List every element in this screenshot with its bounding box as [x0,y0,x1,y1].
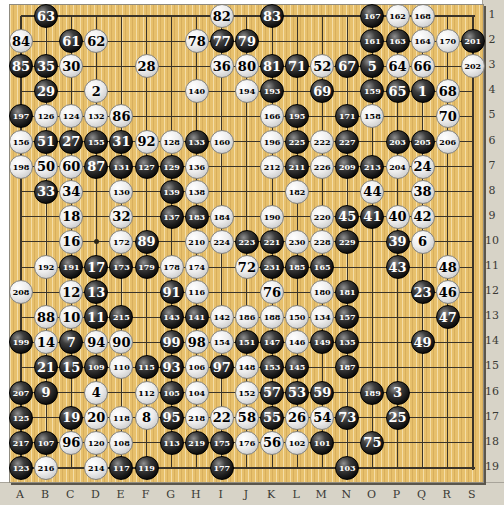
stone-F10: 89 [135,230,159,254]
stone-K18: 56 [260,431,284,455]
stone-K5: 166 [260,104,284,128]
stone-H17: 218 [185,406,209,430]
goban[interactable]: 1234567891011121314151617181920212223242… [9,4,484,483]
stone-G7: 129 [160,155,184,179]
stone-C13: 10 [59,305,83,329]
stone-O1: 167 [360,4,384,28]
stone-D14: 94 [84,330,108,354]
stone-C9: 18 [59,205,83,229]
stone-B11: 192 [34,255,58,279]
stone-E19: 117 [109,456,133,480]
stone-O7: 213 [360,155,384,179]
row-label-9: 9 [482,209,502,222]
stone-J2: 79 [235,29,259,53]
stone-N10: 229 [335,230,359,254]
stone-I1: 82 [210,4,234,28]
stone-J14: 151 [235,330,259,354]
stone-G11: 178 [160,255,184,279]
stone-A3: 85 [9,54,33,78]
col-label-D: D [85,488,105,501]
stone-G9: 137 [160,205,184,229]
stone-Q7: 24 [411,155,435,179]
stone-F11: 179 [135,255,159,279]
stone-A17: 125 [9,406,33,430]
row-label-16: 16 [482,385,502,398]
stone-A5: 197 [9,104,33,128]
stone-O16: 189 [360,381,384,405]
stone-I10: 224 [210,230,234,254]
stone-H10: 210 [185,230,209,254]
stone-F3: 28 [135,54,159,78]
stone-D13: 11 [84,305,108,329]
stone-K4: 193 [260,79,284,103]
row-label-1: 1 [482,8,502,21]
col-label-E: E [110,488,130,501]
row-label-3: 3 [482,58,502,71]
stone-K7: 212 [260,155,284,179]
stone-F7: 127 [135,155,159,179]
stone-B19: 216 [34,456,58,480]
stone-F6: 92 [135,130,159,154]
stone-F17: 8 [135,406,159,430]
col-label-A: A [10,488,30,501]
stone-A16: 207 [9,381,33,405]
grid-hline [21,191,474,192]
stone-O18: 75 [360,431,384,455]
stone-F16: 112 [135,381,159,405]
stone-N5: 171 [335,104,359,128]
stone-I17: 22 [210,406,234,430]
stone-A19: 123 [9,456,33,480]
stone-E17: 118 [109,406,133,430]
stone-L18: 102 [285,431,309,455]
stone-A6: 156 [9,130,33,154]
stone-D18: 120 [84,431,108,455]
stone-P9: 40 [386,205,410,229]
stone-R6: 206 [436,130,460,154]
stone-L5: 195 [285,104,309,128]
stone-E5: 86 [109,104,133,128]
stone-F19: 119 [135,456,159,480]
stone-H15: 106 [185,355,209,379]
stone-G15: 93 [160,355,184,379]
stone-N17: 73 [335,406,359,430]
stone-B6: 51 [34,130,58,154]
stone-O5: 158 [360,104,384,128]
stone-C2: 61 [59,29,83,53]
stone-A2: 84 [9,29,33,53]
row-label-17: 17 [482,410,502,423]
stone-G17: 95 [160,406,184,430]
stone-P10: 39 [386,230,410,254]
stone-K15: 153 [260,355,284,379]
stone-M10: 228 [310,230,334,254]
stone-D19: 214 [84,456,108,480]
stone-D5: 132 [84,104,108,128]
stone-M6: 222 [310,130,334,154]
col-label-H: H [186,488,206,501]
stone-Q6: 205 [411,130,435,154]
stone-L3: 71 [285,54,309,78]
stone-L16: 53 [285,381,309,405]
stone-H7: 136 [185,155,209,179]
stone-E18: 108 [109,431,133,455]
stone-A18: 217 [9,431,33,455]
stone-D4: 2 [84,79,108,103]
stone-P3: 64 [386,54,410,78]
stone-R12: 46 [436,280,460,304]
stone-I18: 175 [210,431,234,455]
stone-B1: 63 [34,4,58,28]
stone-K12: 76 [260,280,284,304]
stone-D15: 109 [84,355,108,379]
stone-I13: 142 [210,305,234,329]
stone-L11: 185 [285,255,309,279]
stone-E13: 215 [109,305,133,329]
stone-H9: 183 [185,205,209,229]
col-label-J: J [236,488,256,501]
stone-J10: 223 [235,230,259,254]
stone-D6: 155 [84,130,108,154]
stone-N12: 181 [335,280,359,304]
stone-Q14: 49 [411,330,435,354]
row-label-15: 15 [482,359,502,372]
stone-K11: 231 [260,255,284,279]
stone-D2: 62 [84,29,108,53]
stone-E15: 110 [109,355,133,379]
stone-N14: 135 [335,330,359,354]
stone-K6: 196 [260,130,284,154]
stone-P1: 162 [386,4,410,28]
stone-M16: 59 [310,381,334,405]
stone-C12: 12 [59,280,83,304]
row-label-7: 7 [482,159,502,172]
stone-E8: 130 [109,180,133,204]
row-label-12: 12 [482,284,502,297]
stone-N9: 45 [335,205,359,229]
stone-A7: 198 [9,155,33,179]
stone-J3: 80 [235,54,259,78]
row-label-11: 11 [482,259,502,272]
col-label-M: M [311,488,331,501]
stone-I9: 184 [210,205,234,229]
stone-M9: 220 [310,205,334,229]
stone-J15: 148 [235,355,259,379]
stone-C6: 27 [59,130,83,154]
col-label-F: F [136,488,156,501]
col-label-N: N [336,488,356,501]
stone-G8: 139 [160,180,184,204]
stone-N7: 209 [335,155,359,179]
stone-Q1: 168 [411,4,435,28]
stone-N15: 187 [335,355,359,379]
stone-K1: 83 [260,4,284,28]
row-label-5: 5 [482,108,502,121]
stone-H12: 116 [185,280,209,304]
stone-R11: 48 [436,255,460,279]
stone-B8: 33 [34,180,58,204]
stone-Q10: 6 [411,230,435,254]
stone-P6: 203 [386,130,410,154]
stone-D16: 4 [84,381,108,405]
stone-C10: 16 [59,230,83,254]
col-label-S: S [462,488,482,501]
stone-C5: 124 [59,104,83,128]
stone-K14: 147 [260,330,284,354]
stone-I2: 77 [210,29,234,53]
stone-C7: 60 [59,155,83,179]
stone-B15: 21 [34,355,58,379]
stone-I19: 177 [210,456,234,480]
stone-O3: 5 [360,54,384,78]
stone-E6: 31 [109,130,133,154]
col-label-C: C [60,488,80,501]
col-label-I: I [211,488,231,501]
stone-A14: 199 [9,330,33,354]
stone-M7: 226 [310,155,334,179]
stone-Q9: 42 [411,205,435,229]
star-point-D10 [94,239,99,244]
stone-O9: 41 [360,205,384,229]
stone-P17: 25 [386,406,410,430]
stone-H13: 141 [185,305,209,329]
stone-O8: 44 [360,180,384,204]
stone-H18: 219 [185,431,209,455]
col-label-L: L [286,488,306,501]
stone-G14: 99 [160,330,184,354]
stone-M4: 69 [310,79,334,103]
stone-K13: 188 [260,305,284,329]
row-label-19: 19 [482,460,502,473]
stone-L14: 146 [285,330,309,354]
stone-L15: 145 [285,355,309,379]
stone-J17: 58 [235,406,259,430]
stone-L7: 211 [285,155,309,179]
stone-C8: 34 [59,180,83,204]
grid-vline [472,16,474,470]
stone-E9: 32 [109,205,133,229]
stone-N19: 103 [335,456,359,480]
stone-B16: 9 [34,381,58,405]
stone-H2: 78 [185,29,209,53]
col-label-R: R [437,488,457,501]
stone-P4: 65 [386,79,410,103]
stone-C18: 96 [59,431,83,455]
stone-E7: 131 [109,155,133,179]
stone-N6: 227 [335,130,359,154]
stone-G18: 113 [160,431,184,455]
stone-G12: 91 [160,280,184,304]
stone-E10: 172 [109,230,133,254]
stone-I3: 36 [210,54,234,78]
stone-B14: 14 [34,330,58,354]
col-label-Q: Q [412,488,432,501]
stone-E11: 173 [109,255,133,279]
stone-M17: 54 [310,406,334,430]
stone-H16: 104 [185,381,209,405]
stone-N13: 157 [335,305,359,329]
stone-I6: 160 [210,130,234,154]
stone-K9: 190 [260,205,284,229]
stone-L17: 26 [285,406,309,430]
stone-B7: 50 [34,155,58,179]
stone-M14: 149 [310,330,334,354]
col-label-K: K [261,488,281,501]
stone-C14: 7 [59,330,83,354]
stone-H11: 174 [185,255,209,279]
row-label-2: 2 [482,33,502,46]
go-record-screen: 1234567891011121314151617181920212223242… [0,0,504,505]
stone-K17: 55 [260,406,284,430]
stone-M11: 165 [310,255,334,279]
row-label-18: 18 [482,435,502,448]
row-label-6: 6 [482,134,502,147]
stone-K16: 57 [260,381,284,405]
stone-J18: 176 [235,431,259,455]
stone-R2: 170 [436,29,460,53]
stone-G16: 105 [160,381,184,405]
stone-H14: 98 [185,330,209,354]
stone-H4: 140 [185,79,209,103]
stone-C3: 30 [59,54,83,78]
stone-O4: 159 [360,79,384,103]
stone-Q8: 38 [411,180,435,204]
stone-D7: 87 [84,155,108,179]
stone-C17: 19 [59,406,83,430]
stone-Q3: 66 [411,54,435,78]
stone-L10: 230 [285,230,309,254]
stone-M3: 52 [310,54,334,78]
stone-G6: 128 [160,130,184,154]
stone-L8: 182 [285,180,309,204]
stone-M18: 101 [310,431,334,455]
stone-J16: 152 [235,381,259,405]
row-label-13: 13 [482,309,502,322]
row-label-strip [482,0,504,505]
col-label-G: G [161,488,181,501]
stone-K10: 221 [260,230,284,254]
stone-N3: 67 [335,54,359,78]
stone-H6: 133 [185,130,209,154]
stone-O2: 161 [360,29,384,53]
row-label-4: 4 [482,83,502,96]
stone-Q2: 164 [411,29,435,53]
col-label-P: P [387,488,407,501]
stone-J11: 72 [235,255,259,279]
stone-C11: 191 [59,255,83,279]
stone-J4: 194 [235,79,259,103]
stone-J13: 186 [235,305,259,329]
stone-B5: 126 [34,104,58,128]
stone-B4: 29 [34,79,58,103]
stone-B13: 88 [34,305,58,329]
stone-R5: 70 [436,104,460,128]
stone-G13: 143 [160,305,184,329]
stone-R4: 68 [436,79,460,103]
stone-H8: 138 [185,180,209,204]
stone-L6: 225 [285,130,309,154]
stone-M12: 180 [310,280,334,304]
stone-D11: 17 [84,255,108,279]
stone-P2: 163 [386,29,410,53]
stone-R13: 47 [436,305,460,329]
stone-E14: 90 [109,330,133,354]
stone-M13: 134 [310,305,334,329]
stone-Q12: 23 [411,280,435,304]
stone-F15: 115 [135,355,159,379]
col-label-O: O [361,488,381,501]
stone-P11: 43 [386,255,410,279]
stone-A12: 208 [9,280,33,304]
stone-I14: 154 [210,330,234,354]
stone-L13: 150 [285,305,309,329]
row-label-8: 8 [482,184,502,197]
stone-D17: 20 [84,406,108,430]
stone-I15: 97 [210,355,234,379]
stone-C15: 15 [59,355,83,379]
stone-B18: 107 [34,431,58,455]
stone-B3: 35 [34,54,58,78]
stone-K3: 81 [260,54,284,78]
stone-P16: 3 [386,381,410,405]
col-label-B: B [35,488,55,501]
stone-Q4: 1 [411,79,435,103]
row-label-14: 14 [482,334,502,347]
stone-D12: 13 [84,280,108,304]
stone-P7: 204 [386,155,410,179]
row-label-10: 10 [482,234,502,247]
